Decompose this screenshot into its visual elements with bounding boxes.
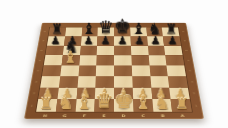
square-c7[interactable]: ♟ <box>130 36 147 45</box>
square-b5[interactable] <box>148 55 166 65</box>
square-b6[interactable] <box>147 46 165 56</box>
chess-board[interactable]: ♜♝♛♚♝♞♜♟♟♟♟♟♟♟♟♞♝♟♟♟♟♟♟♟♟♜♞♝♛♚♝♞♜ HGFEDC… <box>24 23 204 119</box>
square-d4[interactable] <box>114 65 132 76</box>
square-h1[interactable]: ♜ <box>36 99 57 111</box>
square-b7[interactable]: ♟ <box>147 36 164 45</box>
board-grid[interactable]: ♜♝♛♚♝♞♜♟♟♟♟♟♟♟♟♞♝♟♟♟♟♟♟♟♟♜♞♝♛♚♝♞♜ <box>36 27 192 111</box>
square-c5[interactable] <box>131 55 149 65</box>
rank-label: 1 <box>191 104 202 107</box>
square-g5[interactable]: ♝ <box>61 55 79 65</box>
rank-label: 1 <box>26 104 37 107</box>
white-bishop-icon[interactable]: ♝ <box>63 49 78 66</box>
square-f7[interactable]: ♟ <box>81 36 98 45</box>
photo-background: ♜♝♛♚♝♞♜♟♟♟♟♟♟♟♟♞♝♟♟♟♟♟♟♟♟♜♞♝♛♚♝♞♜ HGFEDC… <box>0 0 228 128</box>
rank-label: 7 <box>38 40 48 42</box>
rank-label: 6 <box>37 49 47 51</box>
white-bishop-icon[interactable]: ♝ <box>76 93 93 112</box>
square-f4[interactable] <box>78 65 96 76</box>
square-d5[interactable] <box>114 55 132 65</box>
white-knight-icon[interactable]: ♞ <box>57 94 73 112</box>
black-pawn-icon[interactable]: ♟ <box>117 35 127 46</box>
square-h6[interactable] <box>45 46 63 56</box>
square-e7[interactable]: ♟ <box>97 36 114 45</box>
white-bishop-icon[interactable]: ♝ <box>135 93 152 112</box>
square-d7[interactable]: ♟ <box>114 36 131 45</box>
square-a7[interactable]: ♟ <box>163 36 181 45</box>
square-f1[interactable]: ♝ <box>75 99 95 111</box>
file-label: F <box>75 113 95 117</box>
square-f6[interactable] <box>80 46 98 56</box>
black-pawn-icon[interactable]: ♟ <box>168 35 178 46</box>
white-rook-icon[interactable]: ♜ <box>39 96 53 112</box>
file-label: E <box>94 113 114 117</box>
file-label: D <box>114 113 134 117</box>
file-label: B <box>153 113 173 117</box>
file-label: G <box>55 113 75 117</box>
square-a5[interactable] <box>165 55 184 65</box>
square-h4[interactable] <box>42 65 61 76</box>
file-labels: HGFEDCBA <box>35 112 193 119</box>
rank-label: 6 <box>182 49 192 51</box>
black-pawn-icon[interactable]: ♟ <box>84 35 94 46</box>
black-pawn-icon[interactable]: ♟ <box>134 35 144 46</box>
file-label: H <box>35 113 55 117</box>
white-knight-icon[interactable]: ♞ <box>155 94 171 112</box>
square-h7[interactable]: ♟ <box>47 36 65 45</box>
file-label: A <box>173 113 193 117</box>
board-frame: ♜♝♛♚♝♞♜♟♟♟♟♟♟♟♟♞♝♟♟♟♟♟♟♟♟♜♞♝♛♚♝♞♜ HGFEDC… <box>24 23 204 119</box>
rank-label: 5 <box>183 59 193 62</box>
square-e4[interactable] <box>96 65 114 76</box>
square-d6[interactable] <box>114 46 131 56</box>
square-d1[interactable]: ♚ <box>114 99 133 111</box>
rank-label: 4 <box>33 69 43 72</box>
white-queen-icon[interactable]: ♛ <box>95 91 114 112</box>
square-c4[interactable] <box>132 65 150 76</box>
rank-label: 3 <box>31 80 42 83</box>
rank-label: 2 <box>189 92 200 95</box>
square-e1[interactable]: ♛ <box>95 99 114 111</box>
square-e5[interactable] <box>96 55 114 65</box>
rank-label: 3 <box>187 80 198 83</box>
square-h5[interactable] <box>44 55 63 65</box>
square-g4[interactable] <box>60 65 79 76</box>
rank-label: 2 <box>29 92 40 95</box>
white-rook-icon[interactable]: ♜ <box>175 96 189 112</box>
rank-label: 7 <box>180 40 190 42</box>
square-b1[interactable]: ♞ <box>152 99 172 111</box>
rank-label: 4 <box>185 69 195 72</box>
square-b4[interactable] <box>149 65 168 76</box>
square-a1[interactable]: ♜ <box>171 99 192 111</box>
rank-label: 5 <box>35 59 45 62</box>
square-c6[interactable] <box>131 46 149 56</box>
white-king-icon[interactable]: ♚ <box>114 89 134 112</box>
rank-label: 8 <box>179 31 188 33</box>
rank-label: 8 <box>40 31 49 33</box>
file-label: C <box>134 113 154 117</box>
square-c1[interactable]: ♝ <box>133 99 153 111</box>
square-e6[interactable] <box>97 46 114 56</box>
square-a6[interactable] <box>164 46 182 56</box>
black-pawn-icon[interactable]: ♟ <box>151 35 161 46</box>
square-a4[interactable] <box>167 65 186 76</box>
black-pawn-icon[interactable]: ♟ <box>101 35 111 46</box>
square-f5[interactable] <box>79 55 97 65</box>
square-g1[interactable]: ♞ <box>56 99 76 111</box>
black-pawn-icon[interactable]: ♟ <box>50 35 60 46</box>
